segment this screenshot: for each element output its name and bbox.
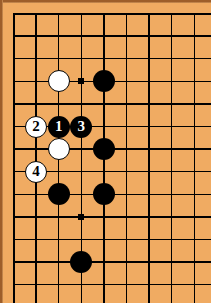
white-stone: 4 [25, 161, 47, 183]
grid-line-vertical [194, 13, 196, 303]
go-diagram: 2134 [0, 0, 211, 303]
white-stone [48, 70, 70, 92]
grid-line-horizontal [13, 284, 212, 286]
stone-label: 2 [32, 119, 40, 134]
hoshi-point [78, 78, 84, 84]
grid-line-horizontal [13, 216, 212, 218]
black-stone: 1 [48, 116, 70, 138]
grid-line-vertical [148, 13, 150, 303]
grid-line-vertical [35, 13, 37, 303]
black-stone [93, 138, 115, 160]
white-stone: 2 [25, 116, 47, 138]
go-board: 2134 [0, 0, 211, 303]
hoshi-point [78, 214, 84, 220]
white-stone [48, 138, 70, 160]
grid-line-vertical [171, 13, 173, 303]
grid-line-vertical [126, 13, 128, 303]
board-edge-left [0, 0, 3, 303]
grid-line-horizontal [13, 35, 212, 37]
stone-label: 3 [78, 119, 86, 134]
grid-line-horizontal [13, 239, 212, 241]
grid-line-vertical [13, 13, 15, 303]
grid-line-horizontal [13, 261, 212, 263]
grid-line-horizontal [13, 58, 212, 60]
grid-line-horizontal [13, 103, 212, 105]
board-edge-top [0, 0, 211, 3]
stone-label: 1 [55, 119, 63, 134]
black-stone [70, 251, 92, 273]
grid-line-horizontal [13, 13, 212, 15]
black-stone [48, 183, 70, 205]
stone-label: 4 [32, 164, 40, 179]
black-stone [93, 183, 115, 205]
black-stone [93, 70, 115, 92]
black-stone: 3 [70, 116, 92, 138]
